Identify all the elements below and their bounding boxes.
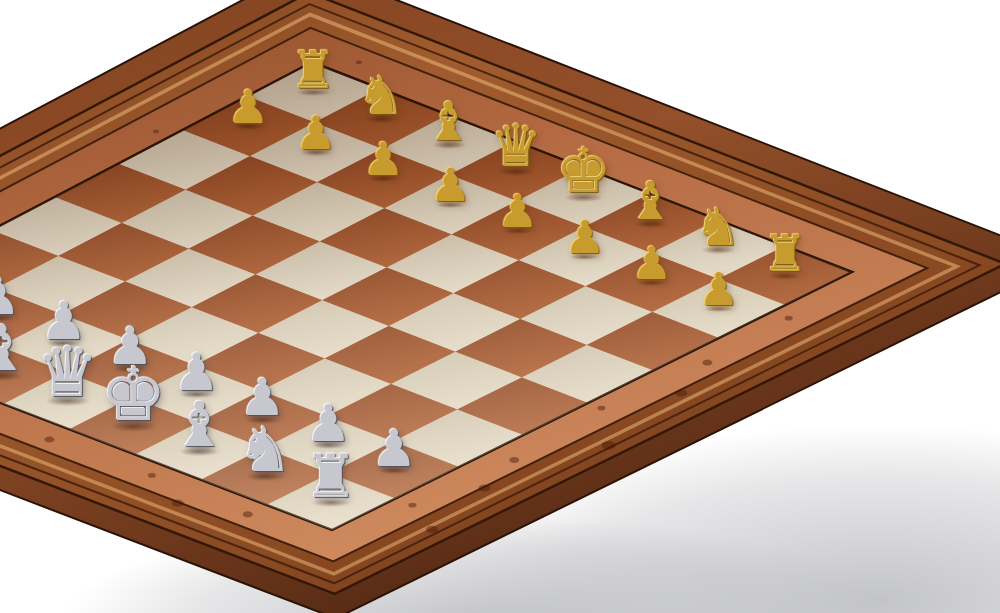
burl-knot: [408, 503, 416, 508]
burl-knot: [597, 406, 605, 411]
burl-knot: [785, 316, 793, 321]
burl-knot: [426, 526, 438, 533]
burl-knot: [148, 473, 156, 478]
burl-knot: [675, 389, 687, 396]
burl-knot: [172, 499, 184, 506]
burl-knot: [356, 61, 362, 65]
wooden-board-case: [0, 0, 1000, 613]
burl-knot: [478, 484, 490, 491]
burl-knot: [509, 457, 519, 463]
burl-knot: [702, 360, 712, 366]
chessboard-product-photo: ♜♞♟♝♟♛♟♚♟♝♟♞♟♜♟♟♟♟♜♟♞♟♝♟♛♟♚♟♝♟♞♜: [0, 0, 1000, 613]
burl-knot: [153, 130, 159, 134]
burl-knot: [243, 511, 253, 517]
burl-knot: [44, 437, 54, 443]
burl-knot: [602, 441, 616, 449]
